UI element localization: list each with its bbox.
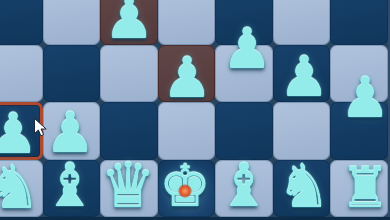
white-bishop-f1-piece[interactable]: ♝ xyxy=(217,155,271,215)
white-pawn-f-falling-piece[interactable]: ♟ xyxy=(222,21,272,77)
square-g4[interactable] xyxy=(273,0,331,45)
king-emblem-icon xyxy=(180,186,191,197)
white-pawn-g3-piece[interactable]: ♟ xyxy=(279,49,329,105)
white-pawn-h-falling-piece[interactable]: ♟ xyxy=(340,70,390,126)
square-b4[interactable] xyxy=(0,0,43,45)
white-knight-g1-piece[interactable]: ♞ xyxy=(277,156,331,216)
square-d3[interactable] xyxy=(100,45,158,103)
white-rook-h1-piece[interactable]: ♜ xyxy=(340,160,390,216)
white-queen-d1-piece[interactable]: ♛ xyxy=(100,155,156,217)
chess-board-app: ♟♟♟♟♟♟♟♞♝♛♚♝♞♜ xyxy=(0,0,390,220)
white-bishop-c1-piece[interactable]: ♝ xyxy=(43,155,97,215)
white-pawn-e3-piece[interactable]: ♟ xyxy=(162,50,212,106)
square-c4[interactable] xyxy=(43,0,101,45)
white-pawn-d4-piece[interactable]: ♟ xyxy=(104,0,154,47)
square-b3[interactable] xyxy=(0,45,43,103)
square-e4[interactable] xyxy=(158,0,216,45)
white-knight-b1-piece[interactable]: ♞ xyxy=(0,157,41,217)
square-h4[interactable] xyxy=(330,0,388,45)
square-c3[interactable] xyxy=(43,45,101,103)
